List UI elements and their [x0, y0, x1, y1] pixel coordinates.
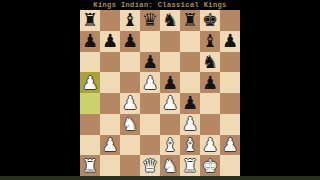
piece-black-pawn-g5[interactable]: ♟	[202, 73, 218, 91]
piece-white-pawn-h2[interactable]: ♟	[222, 135, 238, 153]
square-c8[interactable]: ♝	[120, 10, 140, 31]
square-f1[interactable]: ♜	[180, 155, 200, 176]
square-c1[interactable]	[120, 155, 140, 176]
square-a7[interactable]: ♟	[80, 31, 100, 52]
square-h6[interactable]	[220, 52, 240, 73]
square-c7[interactable]: ♟	[120, 31, 140, 52]
square-d7[interactable]	[140, 31, 160, 52]
square-a1[interactable]: ♜	[80, 155, 100, 176]
square-a4[interactable]	[80, 93, 100, 114]
piece-black-rook-a8[interactable]: ♜	[82, 11, 98, 29]
square-c2[interactable]	[120, 135, 140, 156]
square-g8[interactable]: ♚	[200, 10, 220, 31]
piece-white-knight-e1[interactable]: ♞	[162, 156, 178, 174]
square-d1[interactable]: ♛	[140, 155, 160, 176]
square-g1[interactable]: ♚	[200, 155, 220, 176]
square-e3[interactable]	[160, 114, 180, 135]
piece-black-pawn-b7[interactable]: ♟	[102, 32, 118, 50]
piece-white-pawn-d5[interactable]: ♟	[142, 73, 158, 91]
square-a8[interactable]: ♜	[80, 10, 100, 31]
square-h8[interactable]	[220, 10, 240, 31]
square-b4[interactable]	[100, 93, 120, 114]
piece-black-pawn-e5[interactable]: ♟	[162, 73, 178, 91]
chess-app: Kings Indian: Classical Kings ♜♝♛♞♜♚♟♟♟♝…	[0, 0, 320, 180]
square-a6[interactable]	[80, 52, 100, 73]
square-h5[interactable]	[220, 72, 240, 93]
piece-black-queen-d8[interactable]: ♛	[142, 11, 158, 29]
square-h2[interactable]: ♟	[220, 135, 240, 156]
square-g3[interactable]	[200, 114, 220, 135]
square-g4[interactable]	[200, 93, 220, 114]
chess-board[interactable]: ♜♝♛♞♜♚♟♟♟♝♟♟♞♟♟♟♟♟♟♟♞♟♟♝♝♟♟♜♛♞♜♚	[80, 10, 240, 176]
piece-white-rook-a1[interactable]: ♜	[82, 156, 98, 174]
square-d6[interactable]: ♟	[140, 52, 160, 73]
piece-black-king-g8[interactable]: ♚	[202, 11, 218, 29]
piece-black-pawn-c7[interactable]: ♟	[122, 32, 138, 50]
square-a3[interactable]	[80, 114, 100, 135]
piece-white-pawn-a5[interactable]: ♟	[82, 73, 98, 91]
square-e4[interactable]: ♟	[160, 93, 180, 114]
square-f8[interactable]: ♜	[180, 10, 200, 31]
square-d3[interactable]	[140, 114, 160, 135]
square-a5[interactable]: ♟	[80, 72, 100, 93]
square-b8[interactable]	[100, 10, 120, 31]
square-e7[interactable]	[160, 31, 180, 52]
piece-black-bishop-g7[interactable]: ♝	[202, 32, 218, 50]
square-g6[interactable]: ♞	[200, 52, 220, 73]
square-c4[interactable]: ♟	[120, 93, 140, 114]
square-a2[interactable]	[80, 135, 100, 156]
square-h7[interactable]: ♟	[220, 31, 240, 52]
square-d8[interactable]: ♛	[140, 10, 160, 31]
square-g7[interactable]: ♝	[200, 31, 220, 52]
square-e5[interactable]: ♟	[160, 72, 180, 93]
square-f4[interactable]: ♟	[180, 93, 200, 114]
square-b3[interactable]	[100, 114, 120, 135]
piece-black-knight-g6[interactable]: ♞	[202, 52, 218, 70]
piece-white-pawn-g2[interactable]: ♟	[202, 135, 218, 153]
square-g2[interactable]: ♟	[200, 135, 220, 156]
piece-white-king-g1[interactable]: ♚	[202, 156, 218, 174]
piece-black-knight-e8[interactable]: ♞	[162, 11, 178, 29]
square-h1[interactable]	[220, 155, 240, 176]
square-b1[interactable]	[100, 155, 120, 176]
square-h3[interactable]	[220, 114, 240, 135]
piece-white-pawn-e4[interactable]: ♟	[162, 94, 178, 112]
square-e6[interactable]	[160, 52, 180, 73]
square-f5[interactable]	[180, 72, 200, 93]
title-bar: Kings Indian: Classical Kings	[0, 0, 320, 10]
piece-white-bishop-e2[interactable]: ♝	[162, 135, 178, 153]
square-c5[interactable]	[120, 72, 140, 93]
square-c3[interactable]: ♞	[120, 114, 140, 135]
piece-white-pawn-f3[interactable]: ♟	[182, 115, 198, 133]
piece-white-pawn-c4[interactable]: ♟	[122, 94, 138, 112]
square-d2[interactable]	[140, 135, 160, 156]
square-f2[interactable]: ♝	[180, 135, 200, 156]
square-f3[interactable]: ♟	[180, 114, 200, 135]
square-f6[interactable]	[180, 52, 200, 73]
square-d5[interactable]: ♟	[140, 72, 160, 93]
bottom-bar	[0, 176, 320, 180]
piece-black-pawn-f4[interactable]: ♟	[182, 94, 198, 112]
square-b2[interactable]: ♟	[100, 135, 120, 156]
piece-black-bishop-c8[interactable]: ♝	[122, 11, 138, 29]
piece-black-pawn-d6[interactable]: ♟	[142, 52, 158, 70]
page-title: Kings Indian: Classical Kings	[93, 0, 226, 10]
piece-white-bishop-f2[interactable]: ♝	[182, 135, 198, 153]
square-b5[interactable]	[100, 72, 120, 93]
square-b6[interactable]	[100, 52, 120, 73]
square-b7[interactable]: ♟	[100, 31, 120, 52]
square-d4[interactable]	[140, 93, 160, 114]
piece-white-queen-d1[interactable]: ♛	[142, 156, 158, 174]
square-f7[interactable]	[180, 31, 200, 52]
piece-white-knight-c3[interactable]: ♞	[122, 115, 138, 133]
piece-white-rook-f1[interactable]: ♜	[182, 156, 198, 174]
square-e2[interactable]: ♝	[160, 135, 180, 156]
piece-black-pawn-a7[interactable]: ♟	[82, 32, 98, 50]
square-e1[interactable]: ♞	[160, 155, 180, 176]
piece-black-rook-f8[interactable]: ♜	[182, 11, 198, 29]
piece-white-pawn-b2[interactable]: ♟	[102, 135, 118, 153]
square-e8[interactable]: ♞	[160, 10, 180, 31]
square-c6[interactable]	[120, 52, 140, 73]
square-g5[interactable]: ♟	[200, 72, 220, 93]
piece-black-pawn-h7[interactable]: ♟	[222, 32, 238, 50]
square-h4[interactable]	[220, 93, 240, 114]
